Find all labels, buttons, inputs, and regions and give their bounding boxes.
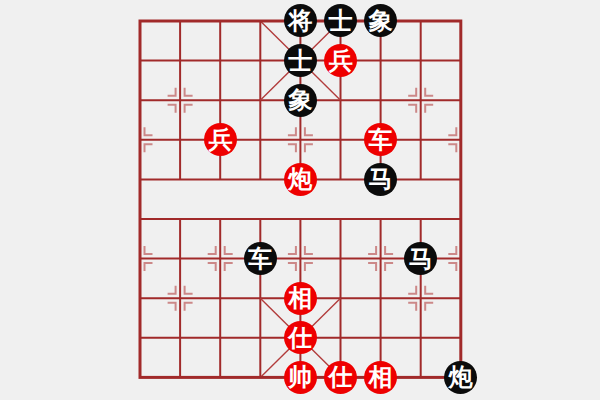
piece-black-elephant[interactable]: 象 (364, 4, 397, 37)
xiangqi-board[interactable]: 将士象士兵象兵车炮马车马相仕帅仕相炮 (0, 0, 600, 400)
piece-red-cannon[interactable]: 炮 (284, 163, 317, 196)
piece-red-general[interactable]: 帅 (284, 361, 317, 394)
piece-red-advisor[interactable]: 仕 (324, 361, 357, 394)
piece-red-elephant[interactable]: 相 (284, 282, 317, 315)
piece-red-soldier[interactable]: 兵 (204, 123, 237, 156)
pieces-layer: 将士象士兵象兵车炮马车马相仕帅仕相炮 (120, 1, 481, 397)
piece-black-elephant[interactable]: 象 (284, 84, 317, 117)
app-background: 将士象士兵象兵车炮马车马相仕帅仕相炮 (0, 0, 600, 400)
piece-black-cannon[interactable]: 炮 (444, 361, 477, 394)
piece-black-general[interactable]: 将 (284, 4, 317, 37)
piece-red-advisor[interactable]: 仕 (284, 321, 317, 354)
piece-black-horse[interactable]: 马 (364, 163, 397, 196)
piece-red-chariot[interactable]: 车 (364, 123, 397, 156)
piece-red-soldier[interactable]: 兵 (324, 44, 357, 77)
piece-black-advisor[interactable]: 士 (324, 4, 357, 37)
piece-black-advisor[interactable]: 士 (284, 44, 317, 77)
piece-black-chariot[interactable]: 车 (244, 242, 277, 275)
piece-black-horse[interactable]: 马 (404, 242, 437, 275)
piece-red-elephant[interactable]: 相 (364, 361, 397, 394)
